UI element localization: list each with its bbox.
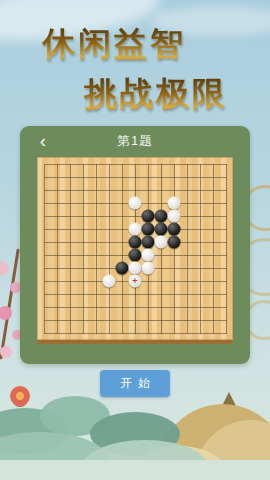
- black-stone: [168, 236, 181, 249]
- wave-cloud-decoration: [0, 408, 70, 454]
- puzzle-number-title: 第1题: [117, 132, 153, 150]
- wave-cloud-decoration: [40, 396, 110, 436]
- black-stone: [168, 223, 181, 236]
- black-stone: [142, 223, 155, 236]
- black-stone: [155, 210, 168, 223]
- white-stone: [129, 223, 142, 236]
- white-stone: [168, 197, 181, 210]
- flower-decoration: [10, 386, 30, 406]
- pagoda-decoration: [222, 392, 236, 406]
- white-stone: [142, 249, 155, 262]
- wave-cloud-decoration: [0, 432, 110, 480]
- app-screen: 休闲益智 挑战极限 ‹ 第1题 + 开始: [0, 0, 270, 480]
- puzzle-panel: ‹ 第1题 +: [20, 126, 250, 364]
- white-stone: [155, 236, 168, 249]
- black-stone: [116, 262, 129, 275]
- grid-line: [44, 320, 227, 321]
- black-stone: [142, 236, 155, 249]
- mountain-decoration: [120, 446, 240, 480]
- grid-line: [44, 216, 227, 217]
- white-stone: [142, 262, 155, 275]
- gomoku-board[interactable]: +: [37, 157, 233, 344]
- hero-title-line1: 休闲益智: [42, 22, 186, 67]
- back-button[interactable]: ‹: [32, 130, 54, 152]
- panel-header: ‹ 第1题: [20, 126, 250, 156]
- mountain-decoration: [190, 420, 270, 480]
- grid-line: [44, 307, 227, 308]
- grid-line: [44, 333, 227, 334]
- start-button[interactable]: 开始: [100, 370, 170, 397]
- black-stone: [129, 249, 142, 262]
- black-stone: [142, 210, 155, 223]
- last-move-marker: +: [132, 277, 137, 286]
- hero-title-line2: 挑战极限: [84, 72, 228, 117]
- grid-line: [44, 294, 227, 295]
- wave-cloud-decoration: [90, 412, 180, 456]
- grid-line: [44, 190, 227, 191]
- grid-line: [44, 164, 227, 165]
- white-stone: [103, 275, 116, 288]
- haze-decoration: [0, 460, 270, 480]
- white-stone: [129, 262, 142, 275]
- black-stone: [129, 236, 142, 249]
- grid-line: [44, 177, 227, 178]
- black-stone: [155, 223, 168, 236]
- wave-cloud-decoration: [80, 440, 210, 480]
- white-stone: [168, 210, 181, 223]
- mountain-decoration: [148, 404, 270, 480]
- white-stone: [129, 197, 142, 210]
- white-stone: +: [129, 275, 142, 288]
